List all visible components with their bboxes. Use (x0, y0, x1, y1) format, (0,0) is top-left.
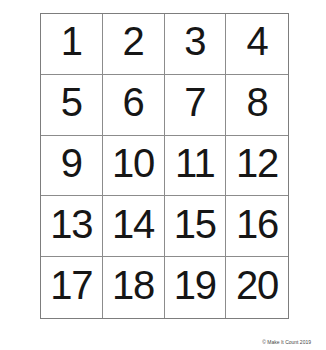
cell-6: 6 (103, 75, 165, 136)
cell-20: 20 (226, 257, 288, 318)
cell-9: 9 (41, 136, 103, 197)
cell-5: 5 (41, 75, 103, 136)
number-grid: 1 2 3 4 5 6 7 8 9 10 11 12 13 14 15 16 1… (40, 13, 289, 319)
cell-3: 3 (165, 14, 227, 75)
cell-7: 7 (165, 75, 227, 136)
cell-1: 1 (41, 14, 103, 75)
cell-15: 15 (165, 196, 227, 257)
cell-14: 14 (103, 196, 165, 257)
number-chart-page: 1 2 3 4 5 6 7 8 9 10 11 12 13 14 15 16 1… (0, 0, 326, 350)
cell-4: 4 (226, 14, 288, 75)
cell-11: 11 (165, 136, 227, 197)
cell-16: 16 (226, 196, 288, 257)
cell-13: 13 (41, 196, 103, 257)
cell-10: 10 (103, 136, 165, 197)
cell-8: 8 (226, 75, 288, 136)
copyright-credit: © Make It Count 2019 (262, 339, 311, 346)
cell-18: 18 (103, 257, 165, 318)
cell-2: 2 (103, 14, 165, 75)
cell-12: 12 (226, 136, 288, 197)
cell-17: 17 (41, 257, 103, 318)
cell-19: 19 (165, 257, 227, 318)
